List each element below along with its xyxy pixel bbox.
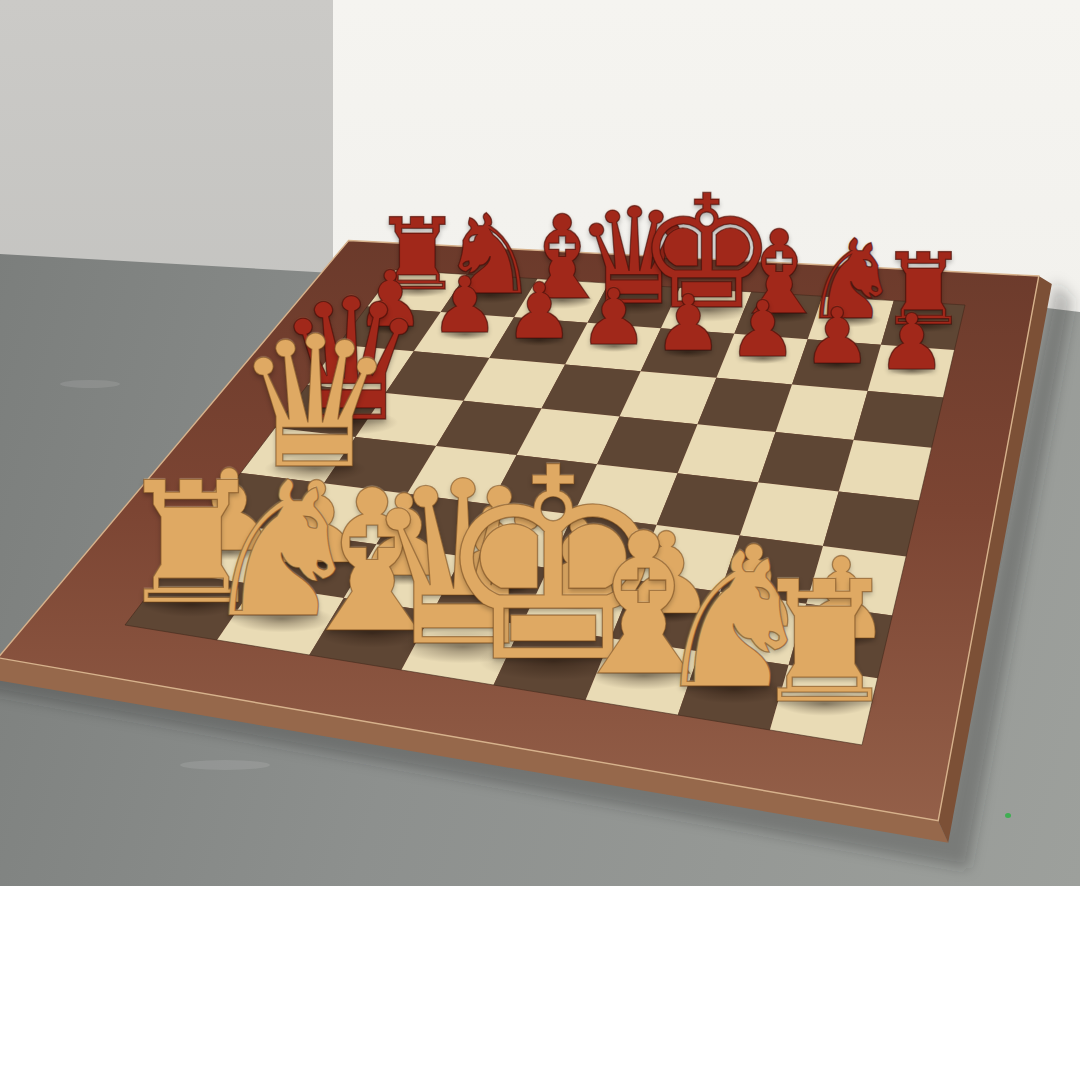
pieces-layer: ♜♞♝♛♚♝♞♜♟♟♟♟♟♟♟♟♛♛♟♟♟♟♟♜♟♞♟♝♟♛♚♝♞♜	[0, 0, 1080, 886]
red-pawn-glyph: ♟	[579, 280, 649, 358]
red-pawn-glyph: ♟	[430, 268, 500, 346]
red-pawn-glyph: ♟	[504, 274, 574, 352]
red-pawn-glyph: ♟	[877, 304, 947, 382]
red-pawn-glyph: ♟	[802, 298, 872, 376]
white-photo-margin	[0, 886, 1080, 1080]
natural-rook-glyph: ♜	[749, 559, 900, 727]
product-photo-scene: ♜♞♝♛♚♝♞♜♟♟♟♟♟♟♟♟♛♛♟♟♟♟♟♜♟♞♟♝♟♛♚♝♞♜	[0, 0, 1080, 1080]
red-pawn-glyph: ♟	[653, 286, 723, 364]
red-pawn-glyph: ♟	[728, 292, 798, 370]
